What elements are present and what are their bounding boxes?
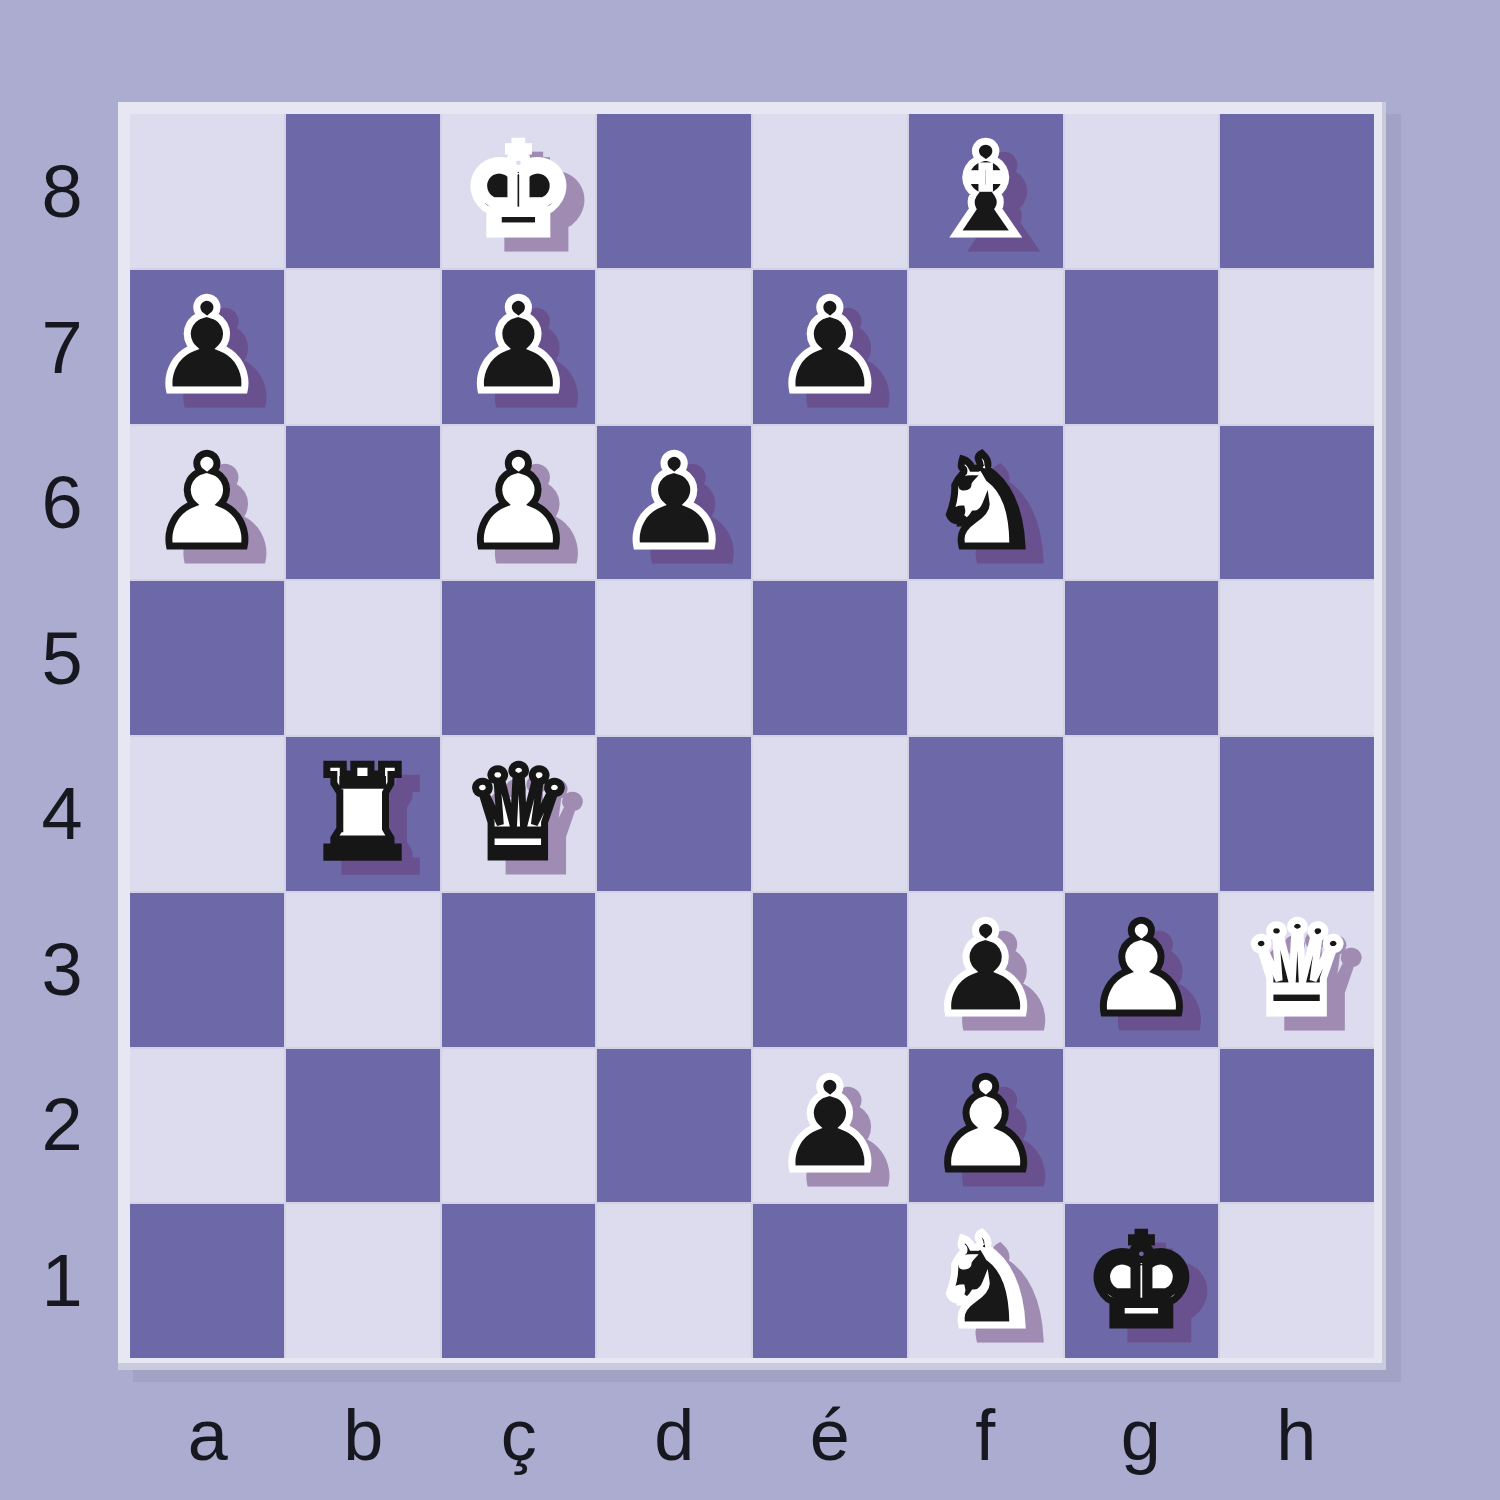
square-d8[interactable]: [597, 114, 751, 268]
black-pawn-piece[interactable]: ♟: [150, 283, 264, 410]
black-knight-piece[interactable]: ♞: [929, 1218, 1043, 1345]
rank-label-4: 4: [24, 736, 100, 892]
square-h8[interactable]: [1220, 114, 1374, 268]
file-label-d: d: [597, 1390, 753, 1480]
white-pawn-piece[interactable]: ♟: [150, 439, 264, 566]
square-h1[interactable]: [1220, 1204, 1374, 1358]
square-c4[interactable]: ♛: [442, 737, 596, 891]
file-label-f: f: [908, 1390, 1064, 1480]
square-h5[interactable]: [1220, 581, 1374, 735]
chess-diagram: 87654321 ♚♝♟♟♟♟♟♟♞♜♛♟♟♛♟♟♞♚ abçdéfgh: [0, 0, 1500, 1500]
square-a8[interactable]: [130, 114, 284, 268]
square-c1[interactable]: [442, 1204, 596, 1358]
white-pawn-piece[interactable]: ♟: [1084, 906, 1198, 1033]
white-king-piece[interactable]: ♚: [1084, 1218, 1198, 1345]
square-f5[interactable]: [909, 581, 1063, 735]
board-frame: ♚♝♟♟♟♟♟♟♞♜♛♟♟♛♟♟♞♚: [118, 102, 1386, 1370]
square-b6[interactable]: [286, 426, 440, 580]
square-g3[interactable]: ♟: [1065, 893, 1219, 1047]
black-pawn-piece[interactable]: ♟: [773, 283, 887, 410]
square-c7[interactable]: ♟: [442, 270, 596, 424]
square-g5[interactable]: [1065, 581, 1219, 735]
square-d6[interactable]: ♟: [597, 426, 751, 580]
white-queen-piece[interactable]: ♛: [461, 750, 575, 877]
black-king-piece[interactable]: ♚: [461, 127, 575, 254]
square-a2[interactable]: [130, 1049, 284, 1203]
square-f7[interactable]: [909, 270, 1063, 424]
white-pawn-piece[interactable]: ♟: [929, 1062, 1043, 1189]
rank-label-6: 6: [24, 425, 100, 581]
square-h7[interactable]: [1220, 270, 1374, 424]
rank-label-3: 3: [24, 892, 100, 1048]
black-bishop-piece[interactable]: ♝: [929, 127, 1043, 254]
square-c5[interactable]: [442, 581, 596, 735]
square-h4[interactable]: [1220, 737, 1374, 891]
chess-board: ♚♝♟♟♟♟♟♟♞♜♛♟♟♛♟♟♞♚: [130, 114, 1374, 1358]
square-g6[interactable]: [1065, 426, 1219, 580]
rank-label-7: 7: [24, 270, 100, 426]
square-d7[interactable]: [597, 270, 751, 424]
square-e7[interactable]: ♟: [753, 270, 907, 424]
square-c8[interactable]: ♚: [442, 114, 596, 268]
square-b4[interactable]: ♜: [286, 737, 440, 891]
square-f2[interactable]: ♟: [909, 1049, 1063, 1203]
file-label-e: é: [752, 1390, 908, 1480]
square-a6[interactable]: ♟: [130, 426, 284, 580]
square-f4[interactable]: [909, 737, 1063, 891]
black-pawn-piece[interactable]: ♟: [929, 906, 1043, 1033]
white-rook-piece[interactable]: ♜: [306, 750, 420, 877]
square-c3[interactable]: [442, 893, 596, 1047]
square-d4[interactable]: [597, 737, 751, 891]
square-g2[interactable]: [1065, 1049, 1219, 1203]
square-g7[interactable]: [1065, 270, 1219, 424]
square-c6[interactable]: ♟: [442, 426, 596, 580]
rank-label-8: 8: [24, 114, 100, 270]
white-knight-piece[interactable]: ♞: [929, 439, 1043, 566]
square-d2[interactable]: [597, 1049, 751, 1203]
square-a5[interactable]: [130, 581, 284, 735]
square-f3[interactable]: ♟: [909, 893, 1063, 1047]
square-d3[interactable]: [597, 893, 751, 1047]
square-h2[interactable]: [1220, 1049, 1374, 1203]
square-e2[interactable]: ♟: [753, 1049, 907, 1203]
square-a3[interactable]: [130, 893, 284, 1047]
square-d1[interactable]: [597, 1204, 751, 1358]
square-g4[interactable]: [1065, 737, 1219, 891]
square-f8[interactable]: ♝: [909, 114, 1063, 268]
square-e3[interactable]: [753, 893, 907, 1047]
white-pawn-piece[interactable]: ♟: [461, 439, 575, 566]
file-label-c: ç: [441, 1390, 597, 1480]
file-label-a: a: [130, 1390, 286, 1480]
file-label-b: b: [286, 1390, 442, 1480]
square-g8[interactable]: [1065, 114, 1219, 268]
square-b8[interactable]: [286, 114, 440, 268]
square-c2[interactable]: [442, 1049, 596, 1203]
square-a7[interactable]: ♟: [130, 270, 284, 424]
square-d5[interactable]: [597, 581, 751, 735]
rank-labels: 87654321: [24, 114, 100, 1358]
black-pawn-piece[interactable]: ♟: [617, 439, 731, 566]
square-h6[interactable]: [1220, 426, 1374, 580]
square-g1[interactable]: ♚: [1065, 1204, 1219, 1358]
square-e4[interactable]: [753, 737, 907, 891]
square-e5[interactable]: [753, 581, 907, 735]
rank-label-2: 2: [24, 1047, 100, 1203]
square-h3[interactable]: ♛: [1220, 893, 1374, 1047]
square-a4[interactable]: [130, 737, 284, 891]
square-f6[interactable]: ♞: [909, 426, 1063, 580]
square-f1[interactable]: ♞: [909, 1204, 1063, 1358]
black-pawn-piece[interactable]: ♟: [773, 1062, 887, 1189]
square-e6[interactable]: [753, 426, 907, 580]
black-pawn-piece[interactable]: ♟: [461, 283, 575, 410]
file-label-h: h: [1219, 1390, 1375, 1480]
rank-label-5: 5: [24, 581, 100, 737]
square-b2[interactable]: [286, 1049, 440, 1203]
square-b5[interactable]: [286, 581, 440, 735]
square-b1[interactable]: [286, 1204, 440, 1358]
square-e8[interactable]: [753, 114, 907, 268]
square-b3[interactable]: [286, 893, 440, 1047]
square-a1[interactable]: [130, 1204, 284, 1358]
rank-label-1: 1: [24, 1203, 100, 1359]
black-queen-piece[interactable]: ♛: [1240, 906, 1354, 1033]
square-b7[interactable]: [286, 270, 440, 424]
file-label-g: g: [1063, 1390, 1219, 1480]
file-labels: abçdéfgh: [130, 1390, 1374, 1480]
square-e1[interactable]: [753, 1204, 907, 1358]
